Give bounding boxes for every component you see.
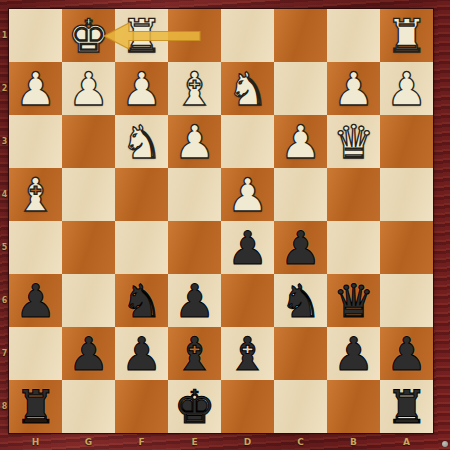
file-label-a: A — [380, 433, 433, 450]
square-b6[interactable]: ♛ — [327, 274, 380, 327]
piece-black-pawn-d5[interactable]: ♟ — [221, 221, 274, 274]
piece-black-bishop-d7[interactable]: ♝ — [221, 327, 274, 380]
piece-black-pawn-g7[interactable]: ♟ — [62, 327, 115, 380]
piece-black-pawn-f7[interactable]: ♟ — [115, 327, 168, 380]
piece-black-knight-f6[interactable]: ♞ — [115, 274, 168, 327]
piece-black-king-e8[interactable]: ♚ — [168, 380, 221, 433]
piece-white-bishop-e2[interactable]: ♝ — [168, 62, 221, 115]
square-a1[interactable]: ♜ — [380, 9, 433, 62]
file-label-g: G — [62, 433, 115, 450]
square-e2[interactable]: ♝ — [168, 62, 221, 115]
file-labels: HGFEDCBA — [9, 433, 433, 450]
square-c3[interactable]: ♟ — [274, 115, 327, 168]
piece-black-bishop-e7[interactable]: ♝ — [168, 327, 221, 380]
piece-black-pawn-b7[interactable]: ♟ — [327, 327, 380, 380]
file-label-d: D — [221, 433, 274, 450]
square-e6[interactable]: ♟ — [168, 274, 221, 327]
rank-label-1: 1 — [0, 9, 9, 62]
square-f5[interactable] — [115, 221, 168, 274]
chess-board: ♚♜♜♟♟♟♝♞♟♟♞♟♟♛♝♟♟♟♟♞♟♞♛♟♟♝♝♟♟♜♚♜ — [9, 9, 433, 433]
square-d3[interactable] — [221, 115, 274, 168]
square-e7[interactable]: ♝ — [168, 327, 221, 380]
square-f2[interactable]: ♟ — [115, 62, 168, 115]
square-a4[interactable] — [380, 168, 433, 221]
square-f4[interactable] — [115, 168, 168, 221]
square-f8[interactable] — [115, 380, 168, 433]
square-g7[interactable]: ♟ — [62, 327, 115, 380]
square-b3[interactable]: ♛ — [327, 115, 380, 168]
piece-black-rook-h8[interactable]: ♜ — [9, 380, 62, 433]
square-a6[interactable] — [380, 274, 433, 327]
square-d7[interactable]: ♝ — [221, 327, 274, 380]
square-h3[interactable] — [9, 115, 62, 168]
square-g4[interactable] — [62, 168, 115, 221]
square-c6[interactable]: ♞ — [274, 274, 327, 327]
square-b8[interactable] — [327, 380, 380, 433]
square-g5[interactable] — [62, 221, 115, 274]
square-g2[interactable]: ♟ — [62, 62, 115, 115]
square-c5[interactable]: ♟ — [274, 221, 327, 274]
rank-label-5: 5 — [0, 221, 9, 274]
square-c4[interactable] — [274, 168, 327, 221]
piece-white-pawn-a2[interactable]: ♟ — [380, 62, 433, 115]
square-e8[interactable]: ♚ — [168, 380, 221, 433]
square-c1[interactable] — [274, 9, 327, 62]
piece-black-pawn-e6[interactable]: ♟ — [168, 274, 221, 327]
file-label-f: F — [115, 433, 168, 450]
piece-white-king-g1[interactable]: ♚ — [62, 9, 115, 62]
square-e1[interactable] — [168, 9, 221, 62]
piece-white-pawn-g2[interactable]: ♟ — [62, 62, 115, 115]
piece-white-pawn-d4[interactable]: ♟ — [221, 168, 274, 221]
piece-white-knight-f3[interactable]: ♞ — [115, 115, 168, 168]
square-h1[interactable] — [9, 9, 62, 62]
rank-labels: 12345678 — [0, 9, 9, 433]
square-e4[interactable] — [168, 168, 221, 221]
piece-white-rook-a1[interactable]: ♜ — [380, 9, 433, 62]
square-d5[interactable]: ♟ — [221, 221, 274, 274]
piece-white-pawn-c3[interactable]: ♟ — [274, 115, 327, 168]
rank-label-4: 4 — [0, 168, 9, 221]
square-a8[interactable]: ♜ — [380, 380, 433, 433]
rank-label-8: 8 — [0, 380, 9, 433]
square-b2[interactable]: ♟ — [327, 62, 380, 115]
square-g3[interactable] — [62, 115, 115, 168]
square-e3[interactable]: ♟ — [168, 115, 221, 168]
square-h4[interactable]: ♝ — [9, 168, 62, 221]
chess-board-screen: 12345678 ♚♜♜♟♟♟♝♞♟♟♞♟♟♛♝♟♟♟♟♞♟♞♛♟♟♝♝♟♟♜♚… — [0, 0, 450, 450]
piece-black-pawn-c5[interactable]: ♟ — [274, 221, 327, 274]
piece-white-pawn-b2[interactable]: ♟ — [327, 62, 380, 115]
square-e5[interactable] — [168, 221, 221, 274]
square-c2[interactable] — [274, 62, 327, 115]
file-label-b: B — [327, 433, 380, 450]
square-c8[interactable] — [274, 380, 327, 433]
square-b4[interactable] — [327, 168, 380, 221]
piece-black-pawn-a7[interactable]: ♟ — [380, 327, 433, 380]
square-f3[interactable]: ♞ — [115, 115, 168, 168]
square-h6[interactable]: ♟ — [9, 274, 62, 327]
square-g6[interactable] — [62, 274, 115, 327]
piece-white-rook-f1[interactable]: ♜ — [115, 9, 168, 62]
square-b1[interactable] — [327, 9, 380, 62]
square-f1[interactable]: ♜ — [115, 9, 168, 62]
square-a5[interactable] — [380, 221, 433, 274]
square-h8[interactable]: ♜ — [9, 380, 62, 433]
square-d4[interactable]: ♟ — [221, 168, 274, 221]
square-d2[interactable]: ♞ — [221, 62, 274, 115]
square-h5[interactable] — [9, 221, 62, 274]
file-label-h: H — [9, 433, 62, 450]
piece-black-queen-b6[interactable]: ♛ — [327, 274, 380, 327]
square-b5[interactable] — [327, 221, 380, 274]
piece-white-pawn-h2[interactable]: ♟ — [9, 62, 62, 115]
square-d8[interactable] — [221, 380, 274, 433]
square-g8[interactable] — [62, 380, 115, 433]
rank-label-2: 2 — [0, 62, 9, 115]
piece-black-rook-a8[interactable]: ♜ — [380, 380, 433, 433]
square-b7[interactable]: ♟ — [327, 327, 380, 380]
square-g1[interactable]: ♚ — [62, 9, 115, 62]
corner-dot — [442, 441, 448, 447]
square-f6[interactable]: ♞ — [115, 274, 168, 327]
file-label-c: C — [274, 433, 327, 450]
rank-label-6: 6 — [0, 274, 9, 327]
square-a2[interactable]: ♟ — [380, 62, 433, 115]
piece-black-pawn-h6[interactable]: ♟ — [9, 274, 62, 327]
square-d6[interactable] — [221, 274, 274, 327]
piece-white-pawn-e3[interactable]: ♟ — [168, 115, 221, 168]
rank-label-7: 7 — [0, 327, 9, 380]
square-c7[interactable] — [274, 327, 327, 380]
piece-white-pawn-f2[interactable]: ♟ — [115, 62, 168, 115]
rank-label-3: 3 — [0, 115, 9, 168]
square-f7[interactable]: ♟ — [115, 327, 168, 380]
file-label-e: E — [168, 433, 221, 450]
piece-white-knight-d2[interactable]: ♞ — [221, 62, 274, 115]
square-h7[interactable] — [9, 327, 62, 380]
piece-white-queen-b3[interactable]: ♛ — [327, 115, 380, 168]
square-a7[interactable]: ♟ — [380, 327, 433, 380]
piece-black-knight-c6[interactable]: ♞ — [274, 274, 327, 327]
square-h2[interactable]: ♟ — [9, 62, 62, 115]
square-a3[interactable] — [380, 115, 433, 168]
square-d1[interactable] — [221, 9, 274, 62]
piece-white-bishop-h4[interactable]: ♝ — [9, 168, 62, 221]
